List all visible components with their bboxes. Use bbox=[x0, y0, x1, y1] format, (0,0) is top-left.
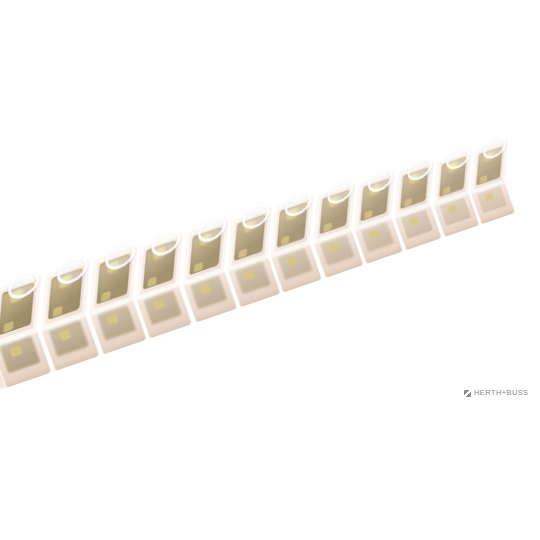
front-brass-window bbox=[0, 336, 41, 374]
brand-watermark: HERTH+BUSS bbox=[464, 388, 529, 398]
brass-screw-front bbox=[443, 186, 451, 195]
brass-screw-front bbox=[238, 248, 247, 259]
brand-watermark-text: HERTH+BUSS bbox=[474, 388, 529, 398]
brass-screw-front bbox=[404, 198, 412, 207]
brass-screw-front bbox=[323, 222, 332, 232]
brass-screw-front bbox=[480, 175, 488, 184]
brass-screw-front bbox=[364, 210, 372, 220]
brass-screw-front bbox=[101, 291, 111, 302]
product-photo: HERTH+BUSS bbox=[0, 0, 540, 540]
brass-screw-front bbox=[3, 321, 13, 333]
brass-screw-front bbox=[193, 262, 202, 273]
brass-screw-front bbox=[53, 306, 63, 318]
brass-screw-front bbox=[281, 235, 290, 245]
brass-screw-front bbox=[148, 276, 157, 287]
terminal-strip bbox=[0, 113, 535, 388]
herth-buss-logo-icon bbox=[464, 390, 471, 397]
